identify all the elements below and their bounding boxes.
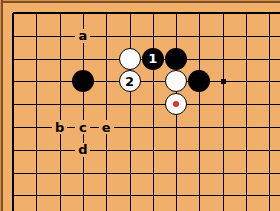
grid-vline xyxy=(246,13,247,211)
grid-hline xyxy=(13,12,280,14)
move-number: 1 xyxy=(148,52,157,65)
white-stone xyxy=(165,93,187,115)
grid-hline xyxy=(13,173,280,174)
grid-vline xyxy=(130,13,131,211)
white-stone xyxy=(165,70,187,92)
grid-hline xyxy=(13,195,280,196)
move-number: 2 xyxy=(125,75,134,88)
point-label-e: e xyxy=(99,120,114,134)
grid-hline xyxy=(13,81,280,82)
go-board-diagram: 12abced xyxy=(0,0,280,211)
point-label-d: d xyxy=(75,143,90,157)
point-label-b: b xyxy=(52,120,67,134)
grid-vline xyxy=(199,13,200,211)
star-point xyxy=(221,79,226,84)
point-label-a: a xyxy=(75,29,90,43)
grid-vline xyxy=(153,13,154,211)
grid-vline xyxy=(269,13,270,211)
grid-vline xyxy=(36,13,37,211)
go-board: 12abced xyxy=(3,3,280,211)
point-label-c: c xyxy=(75,120,90,134)
white-stone xyxy=(119,48,141,70)
black-stone xyxy=(72,70,94,92)
grid-hline xyxy=(13,150,280,151)
grid-vline xyxy=(60,13,61,211)
black-stone xyxy=(188,70,210,92)
grid-hline xyxy=(13,104,280,105)
grid-hline xyxy=(13,36,280,37)
circle-mark-icon xyxy=(173,101,179,107)
grid-vline xyxy=(106,13,107,211)
black-stone: 1 xyxy=(142,48,164,70)
grid-vline xyxy=(223,13,224,211)
black-stone xyxy=(165,48,187,70)
grid-vline xyxy=(12,13,14,211)
white-stone: 2 xyxy=(119,70,141,92)
